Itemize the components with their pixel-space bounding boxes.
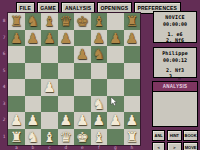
- white-pawn[interactable]: ♟: [26, 112, 39, 128]
- black-pawn[interactable]: ♟: [43, 30, 56, 46]
- menu-game[interactable]: GAME: [37, 2, 60, 14]
- file-label-g: g: [107, 145, 124, 150]
- square-f5[interactable]: [91, 63, 108, 80]
- square-e7[interactable]: [74, 30, 91, 47]
- square-g2[interactable]: ♟: [107, 112, 124, 129]
- menu-file[interactable]: FILE: [16, 2, 35, 14]
- black-pawn[interactable]: ♟: [109, 30, 122, 46]
- square-h4[interactable]: [124, 79, 141, 96]
- square-f2[interactable]: ♟: [91, 112, 108, 129]
- square-b1[interactable]: ♞: [25, 129, 42, 146]
- square-d7[interactable]: ♟: [58, 30, 75, 47]
- chess-app-window: FILEGAMEANALYSISOPENINGSPREFERENCES ♜♞♝♛…: [0, 0, 200, 150]
- hint-button[interactable]: HINT: [167, 130, 182, 141]
- black-pawn[interactable]: ♟: [59, 30, 72, 46]
- square-g3[interactable]: [107, 96, 124, 113]
- square-c7[interactable]: ♟: [41, 30, 58, 47]
- square-h7[interactable]: ♟: [124, 30, 141, 47]
- white-king[interactable]: ♚: [76, 129, 89, 145]
- file-label-c: c: [41, 145, 58, 150]
- black-pawn[interactable]: ♟: [92, 30, 105, 46]
- square-d3[interactable]: [58, 96, 75, 113]
- square-e3[interactable]: [74, 96, 91, 113]
- rank-label-3: 3: [1, 96, 7, 113]
- control-buttons: ANLHINTBOOK<>MOVE: [152, 130, 198, 151]
- file-label-a: a: [8, 145, 25, 150]
- white-pawn[interactable]: ♟: [76, 112, 89, 128]
- rank-label-6: 6: [1, 46, 7, 63]
- prev-move-button[interactable]: <: [152, 142, 165, 150]
- file-label-d: d: [58, 145, 75, 150]
- square-c1[interactable]: ♝: [41, 129, 58, 146]
- square-f3[interactable]: ♞: [91, 96, 108, 113]
- black-rook[interactable]: ♜: [10, 13, 23, 29]
- white-bishop[interactable]: ♝: [43, 129, 56, 145]
- square-h1[interactable]: ♜: [124, 129, 141, 146]
- white-move-list: 2. Nf33. _: [154, 67, 196, 79]
- white-pawn[interactable]: ♟: [59, 112, 72, 128]
- black-knight[interactable]: ♞: [92, 46, 105, 62]
- menu-analysis[interactable]: ANALYSIS: [61, 2, 94, 14]
- square-g7[interactable]: ♟: [107, 30, 124, 47]
- square-c8[interactable]: ♝: [41, 13, 58, 30]
- square-a5[interactable]: [8, 63, 25, 80]
- move-entry: 2. Nf6: [154, 37, 196, 43]
- black-rook[interactable]: ♜: [125, 13, 138, 29]
- square-e8[interactable]: ♚: [74, 13, 91, 30]
- square-d5[interactable]: [58, 63, 75, 80]
- square-f4[interactable]: [91, 79, 108, 96]
- square-b7[interactable]: ♟: [25, 30, 42, 47]
- rank-label-4: 4: [1, 79, 7, 96]
- square-f6[interactable]: ♞: [91, 46, 108, 63]
- white-knight[interactable]: ♞: [26, 129, 39, 145]
- white-knight[interactable]: ♞: [92, 96, 105, 112]
- square-e6[interactable]: ♟: [74, 46, 91, 63]
- square-a2[interactable]: ♟: [8, 112, 25, 129]
- rank-label-5: 5: [1, 63, 7, 80]
- black-clock-panel: NOVICE 00:00:00 1. e62. Nf6: [153, 11, 197, 43]
- rank-label-2: 2: [1, 112, 7, 129]
- square-d2[interactable]: ♟: [58, 112, 75, 129]
- white-pawn[interactable]: ♟: [109, 112, 122, 128]
- square-a4[interactable]: [8, 79, 25, 96]
- square-g4[interactable]: [107, 79, 124, 96]
- square-e2[interactable]: ♟: [74, 112, 91, 129]
- file-label-b: b: [25, 145, 42, 150]
- square-d6[interactable]: [58, 46, 75, 63]
- square-c3[interactable]: [41, 96, 58, 113]
- chess-board[interactable]: ♜♞♝♛♚♝♜♟♟♟♟♟♟♟♟♞♟♞♟♟♟♟♟♟♟♜♞♝♛♚♝♜: [8, 13, 140, 145]
- square-b8[interactable]: ♞: [25, 13, 42, 30]
- square-d8[interactable]: ♛: [58, 13, 75, 30]
- square-a7[interactable]: ♟: [8, 30, 25, 47]
- white-pawn[interactable]: ♟: [10, 112, 23, 128]
- square-c2[interactable]: [41, 112, 58, 129]
- square-a3[interactable]: [8, 96, 25, 113]
- white-rook[interactable]: ♜: [125, 129, 138, 145]
- black-bishop[interactable]: ♝: [92, 13, 105, 29]
- analysis-panel: ANALYSIS: [152, 81, 198, 127]
- square-e1[interactable]: ♚: [74, 129, 91, 146]
- white-clock-panel: Philippe 00:00:12 2. Nf33. _: [153, 47, 197, 78]
- black-pawn[interactable]: ♟: [10, 30, 23, 46]
- square-h3[interactable]: [124, 96, 141, 113]
- black-knight[interactable]: ♞: [26, 13, 39, 29]
- move-entry: 3. _: [154, 73, 196, 79]
- square-e4[interactable]: [74, 79, 91, 96]
- square-b3[interactable]: [25, 96, 42, 113]
- square-d1[interactable]: ♛: [58, 129, 75, 146]
- black-move-list: 1. e62. Nf6: [154, 31, 196, 43]
- rank-label-1: 1: [1, 129, 7, 146]
- black-king[interactable]: ♚: [76, 13, 89, 29]
- file-label-h: h: [124, 145, 141, 150]
- black-queen[interactable]: ♛: [59, 13, 72, 29]
- file-label-e: e: [74, 145, 91, 150]
- white-queen[interactable]: ♛: [59, 129, 72, 145]
- square-d4[interactable]: [58, 79, 75, 96]
- square-g6[interactable]: [107, 46, 124, 63]
- square-c6[interactable]: [41, 46, 58, 63]
- square-b2[interactable]: ♟: [25, 112, 42, 129]
- white-bishop[interactable]: ♝: [92, 129, 105, 145]
- square-g1[interactable]: [107, 129, 124, 146]
- rank-label-8: 8: [1, 13, 7, 30]
- square-b4[interactable]: [25, 79, 42, 96]
- black-clock-time: 00:00:00: [154, 21, 196, 27]
- square-h2[interactable]: ♟: [124, 112, 141, 129]
- analysis-output-area: [153, 92, 197, 128]
- white-player-name: Philippe: [154, 50, 196, 56]
- square-c5[interactable]: [41, 63, 58, 80]
- black-bishop[interactable]: ♝: [43, 13, 56, 29]
- square-e5[interactable]: [74, 63, 91, 80]
- white-rook[interactable]: ♜: [10, 129, 23, 145]
- anl-button[interactable]: ANL: [152, 130, 165, 141]
- square-h6[interactable]: [124, 46, 141, 63]
- white-pawn[interactable]: ♟: [92, 112, 105, 128]
- menu-openings[interactable]: OPENINGS: [97, 2, 132, 14]
- square-c4[interactable]: ♟: [41, 79, 58, 96]
- white-pawn[interactable]: ♟: [125, 112, 138, 128]
- black-player-name: NOVICE: [154, 14, 196, 20]
- file-label-f: f: [91, 145, 108, 150]
- square-a1[interactable]: ♜: [8, 129, 25, 146]
- square-g5[interactable]: [107, 63, 124, 80]
- square-b6[interactable]: [25, 46, 42, 63]
- analysis-panel-title: ANALYSIS: [153, 82, 197, 92]
- rank-label-7: 7: [1, 30, 7, 47]
- square-a8[interactable]: ♜: [8, 13, 25, 30]
- black-pawn[interactable]: ♟: [76, 46, 89, 62]
- black-pawn[interactable]: ♟: [125, 30, 138, 46]
- square-f1[interactable]: ♝: [91, 129, 108, 146]
- black-pawn[interactable]: ♟: [26, 30, 39, 46]
- book-button[interactable]: BOOK: [183, 130, 198, 141]
- next-move-button[interactable]: >: [167, 142, 182, 150]
- square-b5[interactable]: [25, 63, 42, 80]
- square-f7[interactable]: ♟: [91, 30, 108, 47]
- move-button[interactable]: MOVE: [183, 142, 198, 150]
- square-a6[interactable]: [8, 46, 25, 63]
- square-h5[interactable]: [124, 63, 141, 80]
- square-g8[interactable]: [107, 13, 124, 30]
- white-clock-time: 00:00:12: [154, 57, 196, 63]
- square-f8[interactable]: ♝: [91, 13, 108, 30]
- white-pawn[interactable]: ♟: [43, 79, 56, 95]
- square-h8[interactable]: ♜: [124, 13, 141, 30]
